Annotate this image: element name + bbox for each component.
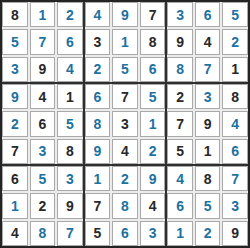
cell-r1c6-given[interactable]: 7: [140, 2, 166, 27]
cell-r1c9-entered[interactable]: 5: [222, 2, 248, 27]
cell-r9c9-given[interactable]: 9: [222, 221, 248, 246]
cell-r3c3-entered[interactable]: 4: [57, 57, 83, 82]
cell-r8c7-entered[interactable]: 6: [167, 193, 193, 218]
cell-r6c3-given[interactable]: 8: [57, 139, 83, 164]
cell-r2c5-entered[interactable]: 1: [112, 29, 138, 54]
cell-r2c6-given[interactable]: 8: [140, 29, 166, 54]
cell-r3c1-entered[interactable]: 3: [2, 57, 28, 82]
cell-r1c2-entered[interactable]: 1: [30, 2, 56, 27]
cell-r5c9-entered[interactable]: 4: [222, 111, 248, 136]
cell-r7c2-entered[interactable]: 5: [30, 166, 56, 191]
cell-r3c4-entered[interactable]: 2: [85, 57, 111, 82]
cell-r7c3-entered[interactable]: 3: [57, 166, 83, 191]
cell-r3c8-entered[interactable]: 7: [195, 57, 221, 82]
cell-r2c8-given[interactable]: 4: [195, 29, 221, 54]
cell-r4c2-given[interactable]: 4: [30, 84, 56, 109]
cell-r7c9-entered[interactable]: 7: [222, 166, 248, 191]
cell-r9c8-entered[interactable]: 2: [195, 221, 221, 246]
cell-r9c7-entered[interactable]: 1: [167, 221, 193, 246]
cell-r5c3-entered[interactable]: 5: [57, 111, 83, 136]
cell-r4c1-entered[interactable]: 9: [2, 84, 28, 109]
cell-r6c8-given[interactable]: 1: [195, 139, 221, 164]
cell-r8c5-entered[interactable]: 8: [112, 193, 138, 218]
cell-r6c2-entered[interactable]: 3: [30, 139, 56, 164]
cell-r7c8-given[interactable]: 8: [195, 166, 221, 191]
cell-r9c5-entered[interactable]: 6: [112, 221, 138, 246]
cell-r5c8-given[interactable]: 9: [195, 111, 221, 136]
cell-r5c5-given[interactable]: 3: [112, 111, 138, 136]
block-1-3: 365942871: [167, 2, 248, 82]
block-2-3: 238794516: [167, 84, 248, 164]
cell-r8c2-given[interactable]: 2: [30, 193, 56, 218]
cell-r8c6-given[interactable]: 4: [140, 193, 166, 218]
cell-r2c1-entered[interactable]: 5: [2, 29, 28, 54]
cell-r6c7-given[interactable]: 5: [167, 139, 193, 164]
block-2-1: 941265738: [2, 84, 83, 164]
cell-r9c6-entered[interactable]: 3: [140, 221, 166, 246]
cell-r7c1-given[interactable]: 6: [2, 166, 28, 191]
cell-r7c5-entered[interactable]: 2: [112, 166, 138, 191]
cell-r7c7-entered[interactable]: 4: [167, 166, 193, 191]
cell-r2c3-entered[interactable]: 6: [57, 29, 83, 54]
cell-r9c3-entered[interactable]: 7: [57, 221, 83, 246]
cell-r8c1-entered[interactable]: 1: [2, 193, 28, 218]
cell-r5c1-entered[interactable]: 2: [2, 111, 28, 136]
cell-r7c6-entered[interactable]: 9: [140, 166, 166, 191]
cell-r1c4-entered[interactable]: 4: [85, 2, 111, 27]
cell-r4c8-entered[interactable]: 3: [195, 84, 221, 109]
cell-r6c4-entered[interactable]: 9: [85, 139, 111, 164]
cell-r5c7-given[interactable]: 7: [167, 111, 193, 136]
cell-r7c4-entered[interactable]: 1: [85, 166, 111, 191]
cell-r8c4-given[interactable]: 7: [85, 193, 111, 218]
cell-r1c3-entered[interactable]: 2: [57, 2, 83, 27]
cell-r3c9-given[interactable]: 1: [222, 57, 248, 82]
cell-r8c9-entered[interactable]: 3: [222, 193, 248, 218]
cell-r3c6-entered[interactable]: 6: [140, 57, 166, 82]
cell-r2c4-given[interactable]: 3: [85, 29, 111, 54]
cell-r5c4-entered[interactable]: 8: [85, 111, 111, 136]
cell-r9c4-given[interactable]: 5: [85, 221, 111, 246]
cell-r1c8-entered[interactable]: 6: [195, 2, 221, 27]
sudoku-board: 8125763944973182563659428719412657386758…: [0, 0, 250, 248]
cell-r1c5-entered[interactable]: 9: [112, 2, 138, 27]
cell-r5c2-given[interactable]: 6: [30, 111, 56, 136]
cell-r6c1-given[interactable]: 7: [2, 139, 28, 164]
block-3-2: 129784563: [85, 166, 166, 246]
cell-r9c2-entered[interactable]: 8: [30, 221, 56, 246]
cell-r8c3-given[interactable]: 9: [57, 193, 83, 218]
cell-r4c4-entered[interactable]: 6: [85, 84, 111, 109]
cell-r3c7-entered[interactable]: 8: [167, 57, 193, 82]
block-3-1: 653129487: [2, 166, 83, 246]
cell-r1c7-entered[interactable]: 3: [167, 2, 193, 27]
block-1-1: 812576394: [2, 2, 83, 82]
cell-r6c6-entered[interactable]: 2: [140, 139, 166, 164]
cell-r2c2-entered[interactable]: 7: [30, 29, 56, 54]
cell-r4c5-given[interactable]: 7: [112, 84, 138, 109]
block-2-2: 675831942: [85, 84, 166, 164]
cell-r8c8-entered[interactable]: 5: [195, 193, 221, 218]
cell-r6c9-entered[interactable]: 6: [222, 139, 248, 164]
cell-r5c6-entered[interactable]: 1: [140, 111, 166, 136]
cell-r9c1-given[interactable]: 4: [2, 221, 28, 246]
cell-r2c9-entered[interactable]: 2: [222, 29, 248, 54]
cell-r3c2-given[interactable]: 9: [30, 57, 56, 82]
cell-r4c6-entered[interactable]: 5: [140, 84, 166, 109]
block-1-2: 497318256: [85, 2, 166, 82]
cell-r4c7-given[interactable]: 2: [167, 84, 193, 109]
cell-r3c5-entered[interactable]: 5: [112, 57, 138, 82]
cell-r1c1-given[interactable]: 8: [2, 2, 28, 27]
block-3-3: 487653129: [167, 166, 248, 246]
cell-r6c5-given[interactable]: 4: [112, 139, 138, 164]
cell-r4c3-given[interactable]: 1: [57, 84, 83, 109]
cell-r4c9-given[interactable]: 8: [222, 84, 248, 109]
cell-r2c7-given[interactable]: 9: [167, 29, 193, 54]
